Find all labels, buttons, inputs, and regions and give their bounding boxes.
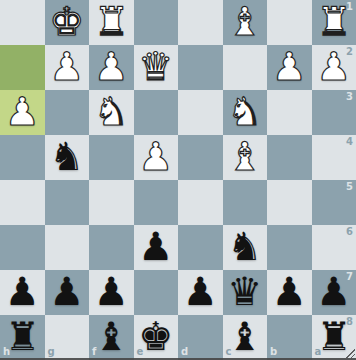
square-c2[interactable]: [223, 45, 268, 90]
white-pawn: ♟: [272, 47, 307, 86]
square-b7[interactable]: ♟: [267, 270, 312, 315]
white-bishop: ♝: [227, 2, 262, 41]
file-label-e: e: [137, 347, 144, 357]
square-b1[interactable]: [267, 0, 312, 45]
rank-label-7: 7: [346, 272, 353, 282]
square-b2[interactable]: ♟: [267, 45, 312, 90]
square-f7[interactable]: ♟: [89, 270, 134, 315]
file-label-a: a: [315, 347, 322, 357]
square-a2[interactable]: ♟2: [312, 45, 356, 90]
square-h3[interactable]: ♟: [0, 90, 45, 135]
square-d8[interactable]: d: [178, 315, 223, 360]
white-knight: ♞: [94, 92, 129, 131]
square-f4[interactable]: [89, 135, 134, 180]
square-e8[interactable]: ♚e: [134, 315, 179, 360]
white-bishop: ♝: [227, 137, 262, 176]
square-e5[interactable]: [134, 180, 179, 225]
square-h8[interactable]: ♜h: [0, 315, 45, 360]
black-pawn: ♟: [5, 272, 40, 311]
chess-board-container: ♚♜♝♜1♟♟♛♟♟2♟♞♞3♞♟♝45♟♞6♟♟♟♟♛♟♟7♜hg♝f♚ed♝…: [0, 0, 356, 360]
square-d3[interactable]: [178, 90, 223, 135]
square-d1[interactable]: [178, 0, 223, 45]
square-f1[interactable]: ♜: [89, 0, 134, 45]
square-d5[interactable]: [178, 180, 223, 225]
black-pawn: ♟: [94, 272, 129, 311]
square-a6[interactable]: 6: [312, 225, 356, 270]
file-label-b: b: [270, 347, 277, 357]
black-knight: ♞: [227, 227, 262, 266]
square-b6[interactable]: [267, 225, 312, 270]
black-pawn: ♟: [183, 272, 218, 311]
square-d6[interactable]: [178, 225, 223, 270]
square-h2[interactable]: [0, 45, 45, 90]
square-b5[interactable]: [267, 180, 312, 225]
square-c3[interactable]: ♞: [223, 90, 268, 135]
square-g3[interactable]: [45, 90, 90, 135]
square-e3[interactable]: [134, 90, 179, 135]
file-label-g: g: [48, 347, 55, 357]
white-pawn: ♟: [5, 92, 40, 131]
square-f2[interactable]: ♟: [89, 45, 134, 90]
square-e2[interactable]: ♛: [134, 45, 179, 90]
square-g4[interactable]: ♞: [45, 135, 90, 180]
square-h6[interactable]: [0, 225, 45, 270]
file-label-h: h: [3, 347, 10, 357]
rank-label-8: 8: [346, 317, 353, 327]
white-queen: ♛: [138, 47, 173, 86]
white-knight: ♞: [227, 92, 262, 131]
square-d4[interactable]: [178, 135, 223, 180]
black-pawn: ♟: [138, 227, 173, 266]
square-b8[interactable]: b: [267, 315, 312, 360]
square-a4[interactable]: 4: [312, 135, 356, 180]
square-g8[interactable]: g: [45, 315, 90, 360]
chess-board: ♚♜♝♜1♟♟♛♟♟2♟♞♞3♞♟♝45♟♞6♟♟♟♟♛♟♟7♜hg♝f♚ed♝…: [0, 0, 356, 360]
square-e1[interactable]: [134, 0, 179, 45]
square-f8[interactable]: ♝f: [89, 315, 134, 360]
square-f3[interactable]: ♞: [89, 90, 134, 135]
square-c7[interactable]: ♛: [223, 270, 268, 315]
white-pawn: ♟: [49, 47, 84, 86]
square-e4[interactable]: ♟: [134, 135, 179, 180]
square-h7[interactable]: ♟: [0, 270, 45, 315]
black-bishop: ♝: [94, 317, 129, 356]
square-h4[interactable]: [0, 135, 45, 180]
white-rook: ♜: [94, 2, 129, 41]
rank-label-6: 6: [346, 227, 353, 237]
square-g6[interactable]: [45, 225, 90, 270]
square-a5[interactable]: 5: [312, 180, 356, 225]
file-label-d: d: [181, 347, 188, 357]
square-d7[interactable]: ♟: [178, 270, 223, 315]
square-a1[interactable]: ♜1: [312, 0, 356, 45]
black-queen: ♛: [227, 272, 262, 311]
square-a3[interactable]: 3: [312, 90, 356, 135]
square-e6[interactable]: ♟: [134, 225, 179, 270]
square-g5[interactable]: [45, 180, 90, 225]
rank-label-2: 2: [346, 47, 353, 57]
square-c8[interactable]: ♝c: [223, 315, 268, 360]
white-pawn: ♟: [138, 137, 173, 176]
black-knight: ♞: [49, 137, 84, 176]
square-c4[interactable]: ♝: [223, 135, 268, 180]
square-f5[interactable]: [89, 180, 134, 225]
square-h5[interactable]: [0, 180, 45, 225]
square-d2[interactable]: [178, 45, 223, 90]
file-label-f: f: [92, 347, 96, 357]
square-a8[interactable]: ♜8a: [312, 315, 356, 360]
rank-label-1: 1: [346, 2, 353, 12]
black-pawn: ♟: [272, 272, 307, 311]
square-f6[interactable]: [89, 225, 134, 270]
square-g7[interactable]: ♟: [45, 270, 90, 315]
rank-label-3: 3: [346, 92, 353, 102]
square-e7[interactable]: [134, 270, 179, 315]
black-king: ♚: [138, 317, 173, 356]
square-g1[interactable]: ♚: [45, 0, 90, 45]
square-g2[interactable]: ♟: [45, 45, 90, 90]
rank-label-5: 5: [346, 182, 353, 192]
white-king: ♚: [49, 2, 84, 41]
square-c6[interactable]: ♞: [223, 225, 268, 270]
file-label-c: c: [226, 347, 232, 357]
square-a7[interactable]: ♟7: [312, 270, 356, 315]
square-c5[interactable]: [223, 180, 268, 225]
square-h1[interactable]: [0, 0, 45, 45]
black-bishop: ♝: [227, 317, 262, 356]
square-b3[interactable]: [267, 90, 312, 135]
black-pawn: ♟: [49, 272, 84, 311]
white-pawn: ♟: [94, 47, 129, 86]
rank-label-4: 4: [346, 137, 353, 147]
square-c1[interactable]: ♝: [223, 0, 268, 45]
square-b4[interactable]: [267, 135, 312, 180]
